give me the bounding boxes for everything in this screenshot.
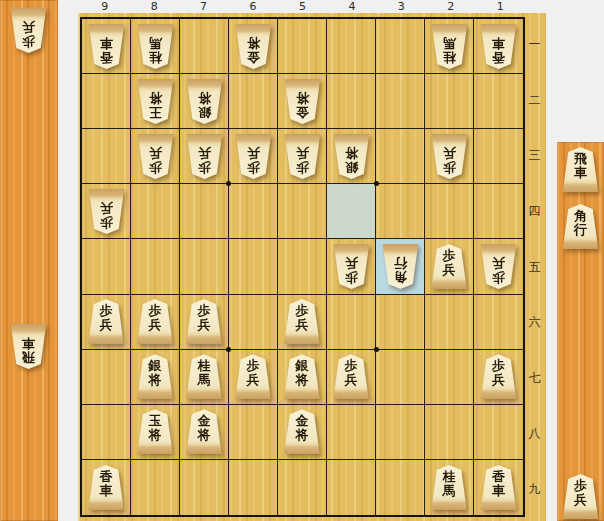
piece-kanji: 馬: [443, 36, 456, 50]
piece-wrapper: 香車: [480, 24, 517, 69]
piece-wrapper: 歩兵: [235, 134, 272, 179]
piece-kanji: 兵: [492, 373, 505, 387]
piece-kanji: 車: [492, 484, 505, 498]
piece-kanji: 歩: [345, 270, 358, 284]
piece-kanji: 車: [22, 336, 35, 350]
piece-kanji: 香: [100, 470, 113, 484]
piece-wrapper: 歩兵: [480, 244, 517, 289]
piece-kanji: 馬: [198, 373, 211, 387]
piece-桂馬-sente[interactable]: 桂馬: [431, 465, 468, 510]
square-18[interactable]: [474, 405, 523, 460]
column-label: 4: [327, 0, 376, 14]
piece-kanji: 金: [198, 414, 211, 428]
piece-角行-sente[interactable]: 角行: [562, 204, 599, 249]
square-47[interactable]: 歩兵: [327, 350, 376, 405]
piece-kanji: 歩: [247, 160, 260, 174]
piece-歩兵-gote[interactable]: 歩兵: [431, 134, 468, 179]
piece-wrapper: 香車: [88, 24, 125, 69]
square-28[interactable]: [425, 405, 474, 460]
square-88[interactable]: 玉将: [131, 405, 180, 460]
piece-kanji: 将: [149, 428, 162, 442]
piece-wrapper: 金将: [284, 79, 321, 124]
piece-kanji: 玉: [149, 414, 162, 428]
piece-kanji: 将: [296, 373, 309, 387]
gote-captured-tray: 歩兵飛車: [0, 0, 58, 521]
piece-kanji: 金: [247, 50, 260, 64]
piece-wrapper: 桂馬: [431, 24, 468, 69]
piece-wrapper: 歩兵: [137, 299, 174, 344]
square-38[interactable]: [376, 405, 425, 460]
piece-kanji: 香: [492, 50, 505, 64]
square-59[interactable]: [278, 460, 327, 515]
piece-kanji: 歩: [443, 249, 456, 263]
piece-歩兵-gote[interactable]: 歩兵: [235, 134, 272, 179]
piece-kanji: 香: [100, 50, 113, 64]
piece-銀将-sente[interactable]: 銀将: [284, 354, 321, 399]
square-37[interactable]: [376, 350, 425, 405]
piece-歩兵-sente[interactable]: 歩兵: [562, 474, 599, 519]
piece-金将-sente[interactable]: 金将: [284, 409, 321, 454]
square-64[interactable]: [229, 184, 278, 239]
piece-wrapper: 歩兵: [88, 189, 125, 234]
square-17[interactable]: 歩兵: [474, 350, 523, 405]
piece-kanji: 兵: [100, 318, 113, 332]
piece-kanji: 兵: [574, 493, 587, 507]
piece-kanji: 兵: [100, 201, 113, 215]
square-48[interactable]: [327, 405, 376, 460]
piece-wrapper: 歩兵: [333, 244, 370, 289]
square-22[interactable]: [425, 74, 474, 129]
piece-kanji: 兵: [345, 256, 358, 270]
piece-kanji: 歩: [198, 160, 211, 174]
square-81[interactable]: 桂馬: [131, 19, 180, 74]
square-77[interactable]: 桂馬: [180, 350, 229, 405]
piece-kanji: 馬: [443, 484, 456, 498]
row-label: 三: [523, 128, 546, 184]
row-label: 五: [523, 239, 546, 295]
piece-wrapper: 飛車: [562, 147, 599, 192]
square-71[interactable]: [180, 19, 229, 74]
piece-歩兵-gote[interactable]: 歩兵: [333, 244, 370, 289]
piece-kanji: 将: [247, 36, 260, 50]
piece-kanji: 歩: [149, 160, 162, 174]
square-66[interactable]: [229, 295, 278, 350]
square-39[interactable]: [376, 460, 425, 515]
piece-kanji: 桂: [443, 470, 456, 484]
column-label: 8: [129, 0, 178, 14]
piece-kanji: 歩: [198, 304, 211, 318]
piece-wrapper: 銀将: [137, 354, 174, 399]
piece-kanji: 歩: [100, 215, 113, 229]
piece-kanji: 歩: [443, 160, 456, 174]
piece-wrapper: 金将: [235, 24, 272, 69]
piece-歩兵-sente[interactable]: 歩兵: [333, 354, 370, 399]
piece-wrapper: 歩兵: [186, 134, 223, 179]
square-29[interactable]: 桂馬: [425, 460, 474, 515]
square-44[interactable]: [327, 184, 376, 239]
piece-kanji: 歩: [574, 479, 587, 493]
square-84[interactable]: [131, 184, 180, 239]
piece-kanji: 将: [198, 428, 211, 442]
piece-kanji: 飛: [574, 152, 587, 166]
piece-kanji: 銀: [149, 359, 162, 373]
square-58[interactable]: 金将: [278, 405, 327, 460]
piece-歩兵-gote[interactable]: 歩兵: [10, 8, 47, 53]
square-54[interactable]: [278, 184, 327, 239]
square-35[interactable]: 角行: [376, 239, 425, 294]
piece-kanji: 角: [394, 270, 407, 284]
column-label: 9: [80, 0, 129, 14]
piece-kanji: 車: [100, 484, 113, 498]
square-13[interactable]: [474, 129, 523, 184]
piece-香車-gote[interactable]: 香車: [480, 24, 517, 69]
piece-歩兵-sente[interactable]: 歩兵: [137, 299, 174, 344]
square-97[interactable]: [82, 350, 131, 405]
square-56[interactable]: 歩兵: [278, 295, 327, 350]
piece-kanji: 歩: [492, 270, 505, 284]
piece-歩兵-sente[interactable]: 歩兵: [480, 354, 517, 399]
hoshi-dot: [226, 181, 231, 186]
piece-wrapper: 金将: [186, 409, 223, 454]
square-92[interactable]: [82, 74, 131, 129]
piece-kanji: 兵: [198, 146, 211, 160]
square-31[interactable]: [376, 19, 425, 74]
piece-歩兵-sente[interactable]: 歩兵: [186, 299, 223, 344]
square-25[interactable]: 歩兵: [425, 239, 474, 294]
row-label: 八: [523, 406, 546, 462]
piece-金将-gote[interactable]: 金将: [235, 24, 272, 69]
piece-wrapper: 歩兵: [562, 474, 599, 519]
piece-kanji: 行: [574, 223, 587, 237]
piece-wrapper: 玉将: [137, 409, 174, 454]
piece-kanji: 歩: [149, 304, 162, 318]
piece-kanji: 馬: [149, 36, 162, 50]
piece-wrapper: 歩兵: [137, 134, 174, 179]
piece-kanji: 歩: [296, 160, 309, 174]
square-36[interactable]: [376, 295, 425, 350]
row-label: 二: [523, 73, 546, 129]
square-61[interactable]: 金将: [229, 19, 278, 74]
piece-kanji: 車: [100, 36, 113, 50]
piece-kanji: 行: [394, 256, 407, 270]
square-83[interactable]: 歩兵: [131, 129, 180, 184]
piece-kanji: 将: [149, 91, 162, 105]
square-78[interactable]: 金将: [180, 405, 229, 460]
square-57[interactable]: 銀将: [278, 350, 327, 405]
piece-wrapper: 王将: [137, 79, 174, 124]
piece-kanji: 飛: [22, 350, 35, 364]
piece-kanji: 桂: [443, 50, 456, 64]
piece-飛車-sente[interactable]: 飛車: [562, 147, 599, 192]
piece-kanji: 角: [574, 209, 587, 223]
piece-香車-sente[interactable]: 香車: [480, 465, 517, 510]
square-16[interactable]: [474, 295, 523, 350]
piece-wrapper: 角行: [382, 244, 419, 289]
piece-桂馬-sente[interactable]: 桂馬: [186, 354, 223, 399]
square-86[interactable]: 歩兵: [131, 295, 180, 350]
square-14[interactable]: [474, 184, 523, 239]
piece-wrapper: 歩兵: [431, 134, 468, 179]
square-98[interactable]: [82, 405, 131, 460]
piece-kanji: 兵: [247, 146, 260, 160]
piece-wrapper: 銀将: [186, 79, 223, 124]
column-labels: 987654321: [80, 0, 525, 14]
row-label: 九: [523, 462, 546, 518]
piece-歩兵-sente[interactable]: 歩兵: [235, 354, 272, 399]
square-69[interactable]: [229, 460, 278, 515]
square-53[interactable]: 歩兵: [278, 129, 327, 184]
row-label: 七: [523, 350, 546, 406]
piece-kanji: 銀: [296, 359, 309, 373]
square-95[interactable]: [82, 239, 131, 294]
piece-wrapper: 金将: [284, 409, 321, 454]
piece-kanji: 兵: [296, 146, 309, 160]
square-42[interactable]: [327, 74, 376, 129]
piece-kanji: 桂: [149, 50, 162, 64]
piece-歩兵-sente[interactable]: 歩兵: [88, 299, 125, 344]
square-73[interactable]: 歩兵: [180, 129, 229, 184]
piece-wrapper: 桂馬: [137, 24, 174, 69]
piece-香車-gote[interactable]: 香車: [88, 24, 125, 69]
piece-kanji: 歩: [100, 304, 113, 318]
piece-kanji: 車: [574, 166, 587, 180]
piece-香車-sente[interactable]: 香車: [88, 465, 125, 510]
piece-wrapper: 歩兵: [88, 299, 125, 344]
piece-角行-gote[interactable]: 角行: [382, 244, 419, 289]
piece-kanji: 将: [345, 146, 358, 160]
piece-kanji: 歩: [296, 304, 309, 318]
square-63[interactable]: 歩兵: [229, 129, 278, 184]
piece-kanji: 将: [296, 428, 309, 442]
piece-kanji: 将: [149, 373, 162, 387]
square-76[interactable]: 歩兵: [180, 295, 229, 350]
column-label: 2: [426, 0, 475, 14]
square-96[interactable]: 歩兵: [82, 295, 131, 350]
piece-wrapper: 歩兵: [284, 134, 321, 179]
piece-歩兵-gote[interactable]: 歩兵: [88, 189, 125, 234]
square-65[interactable]: [229, 239, 278, 294]
square-12[interactable]: [474, 74, 523, 129]
piece-kanji: 兵: [443, 146, 456, 160]
square-85[interactable]: [131, 239, 180, 294]
piece-金将-sente[interactable]: 金将: [186, 409, 223, 454]
square-55[interactable]: [278, 239, 327, 294]
piece-wrapper: 桂馬: [431, 465, 468, 510]
row-label: 四: [523, 184, 546, 240]
piece-kanji: 兵: [149, 146, 162, 160]
square-15[interactable]: 歩兵: [474, 239, 523, 294]
piece-wrapper: 歩兵: [333, 354, 370, 399]
piece-kanji: 兵: [492, 256, 505, 270]
square-32[interactable]: [376, 74, 425, 129]
shogi-app: 歩兵飛車 987654321 一二三四五六七八九 香車桂馬金将桂馬香車王将銀将金…: [0, 0, 604, 521]
piece-kanji: 兵: [22, 20, 35, 34]
piece-kanji: 銀: [345, 160, 358, 174]
square-93[interactable]: [82, 129, 131, 184]
square-45[interactable]: 歩兵: [327, 239, 376, 294]
piece-銀将-gote[interactable]: 銀将: [186, 79, 223, 124]
piece-wrapper: 香車: [480, 465, 517, 510]
piece-kanji: 兵: [443, 263, 456, 277]
piece-kanji: 歩: [345, 359, 358, 373]
row-labels: 一二三四五六七八九: [523, 17, 546, 517]
piece-玉将-sente[interactable]: 玉将: [137, 409, 174, 454]
square-91[interactable]: 香車: [82, 19, 131, 74]
piece-wrapper: 桂馬: [186, 354, 223, 399]
square-51[interactable]: [278, 19, 327, 74]
row-label: 六: [523, 295, 546, 351]
piece-kanji: 兵: [345, 373, 358, 387]
piece-wrapper: 角行: [562, 204, 599, 249]
piece-銀将-gote[interactable]: 銀将: [333, 134, 370, 179]
piece-歩兵-sente[interactable]: 歩兵: [284, 299, 321, 344]
square-11[interactable]: 香車: [474, 19, 523, 74]
square-27[interactable]: [425, 350, 474, 405]
square-72[interactable]: 銀将: [180, 74, 229, 129]
piece-歩兵-gote[interactable]: 歩兵: [480, 244, 517, 289]
square-74[interactable]: [180, 184, 229, 239]
square-62[interactable]: [229, 74, 278, 129]
piece-歩兵-gote[interactable]: 歩兵: [186, 134, 223, 179]
column-label: 1: [476, 0, 525, 14]
hoshi-dot: [226, 347, 231, 352]
square-49[interactable]: [327, 460, 376, 515]
column-label: 7: [179, 0, 228, 14]
piece-kanji: 桂: [198, 359, 211, 373]
hoshi-dot: [374, 347, 379, 352]
square-75[interactable]: [180, 239, 229, 294]
square-46[interactable]: [327, 295, 376, 350]
piece-wrapper: 歩兵: [480, 354, 517, 399]
piece-wrapper: 飛車: [10, 324, 47, 369]
column-label: 5: [278, 0, 327, 14]
piece-wrapper: 歩兵: [284, 299, 321, 344]
square-26[interactable]: [425, 295, 474, 350]
square-23[interactable]: 歩兵: [425, 129, 474, 184]
square-99[interactable]: 香車: [82, 460, 131, 515]
square-19[interactable]: 香車: [474, 460, 523, 515]
piece-kanji: 兵: [247, 373, 260, 387]
piece-kanji: 兵: [296, 318, 309, 332]
column-label: 6: [228, 0, 277, 14]
piece-wrapper: 銀将: [333, 134, 370, 179]
square-33[interactable]: [376, 129, 425, 184]
piece-wrapper: 歩兵: [235, 354, 272, 399]
square-79[interactable]: [180, 460, 229, 515]
piece-歩兵-sente[interactable]: 歩兵: [431, 244, 468, 289]
piece-kanji: 将: [198, 91, 211, 105]
square-68[interactable]: [229, 405, 278, 460]
square-24[interactable]: [425, 184, 474, 239]
piece-wrapper: 歩兵: [10, 8, 47, 53]
square-43[interactable]: 銀将: [327, 129, 376, 184]
square-89[interactable]: [131, 460, 180, 515]
square-82[interactable]: 王将: [131, 74, 180, 129]
piece-kanji: 将: [296, 91, 309, 105]
piece-wrapper: 歩兵: [186, 299, 223, 344]
piece-kanji: 王: [149, 105, 162, 119]
piece-kanji: 車: [492, 36, 505, 50]
piece-wrapper: 香車: [88, 465, 125, 510]
piece-kanji: 兵: [149, 318, 162, 332]
row-label: 一: [523, 17, 546, 73]
piece-kanji: 歩: [247, 359, 260, 373]
square-94[interactable]: 歩兵: [82, 184, 131, 239]
square-67[interactable]: 歩兵: [229, 350, 278, 405]
piece-kanji: 兵: [198, 318, 211, 332]
sente-captured-tray: 飛車角行歩兵: [557, 142, 604, 521]
square-52[interactable]: 金将: [278, 74, 327, 129]
piece-桂馬-gote[interactable]: 桂馬: [137, 24, 174, 69]
square-21[interactable]: 桂馬: [425, 19, 474, 74]
shogi-board: 香車桂馬金将桂馬香車王将銀将金将歩兵歩兵歩兵歩兵銀将歩兵歩兵歩兵角行歩兵歩兵歩兵…: [80, 17, 525, 517]
piece-王将-gote[interactable]: 王将: [137, 79, 174, 124]
piece-kanji: 香: [492, 470, 505, 484]
hoshi-dot: [374, 181, 379, 186]
piece-wrapper: 銀将: [284, 354, 321, 399]
piece-飛車-gote[interactable]: 飛車: [10, 324, 47, 369]
piece-kanji: 金: [296, 414, 309, 428]
column-label: 3: [377, 0, 426, 14]
piece-kanji: 歩: [492, 359, 505, 373]
square-34[interactable]: [376, 184, 425, 239]
square-87[interactable]: 銀将: [131, 350, 180, 405]
piece-歩兵-gote[interactable]: 歩兵: [284, 134, 321, 179]
piece-金将-gote[interactable]: 金将: [284, 79, 321, 124]
piece-wrapper: 歩兵: [431, 244, 468, 289]
square-41[interactable]: [327, 19, 376, 74]
piece-kanji: 歩: [22, 34, 35, 48]
piece-kanji: 銀: [198, 105, 211, 119]
piece-kanji: 金: [296, 105, 309, 119]
piece-歩兵-gote[interactable]: 歩兵: [137, 134, 174, 179]
piece-桂馬-gote[interactable]: 桂馬: [431, 24, 468, 69]
piece-銀将-sente[interactable]: 銀将: [137, 354, 174, 399]
